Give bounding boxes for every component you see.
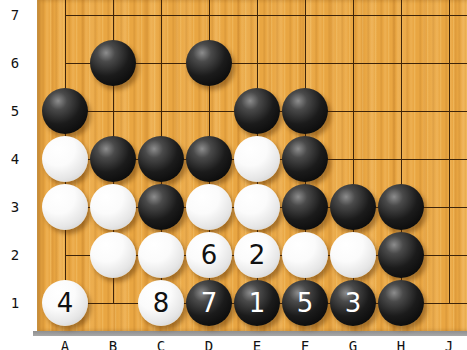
stone-black-A5[interactable] (42, 88, 88, 134)
intersection-A6[interactable] (41, 39, 89, 87)
intersection-F6[interactable] (281, 39, 329, 87)
stone-black-E5[interactable] (234, 88, 280, 134)
row-label-2: 2 (2, 246, 28, 264)
intersection-E3[interactable] (233, 183, 281, 231)
intersection-H2[interactable] (377, 231, 425, 279)
intersection-G1[interactable]: 3 (329, 279, 377, 327)
intersection-F1[interactable]: 5 (281, 279, 329, 327)
stone-black-F5[interactable] (282, 88, 328, 134)
intersection-J7[interactable] (425, 0, 467, 39)
column-label-B: B (101, 338, 125, 350)
intersection-H3[interactable] (377, 183, 425, 231)
column-label-D: D (197, 338, 221, 350)
stone-white-E2[interactable]: 2 (234, 232, 280, 278)
intersection-A1[interactable]: 4 (41, 279, 89, 327)
intersection-C7[interactable] (137, 0, 185, 39)
intersection-J3[interactable] (425, 183, 467, 231)
go-board: 62487153 (41, 0, 467, 327)
intersection-D7[interactable] (185, 0, 233, 39)
column-label-C: C (149, 338, 173, 350)
intersection-C5[interactable] (137, 87, 185, 135)
stone-white-F2[interactable] (282, 232, 328, 278)
intersection-A3[interactable] (41, 183, 89, 231)
move-number-label: 6 (201, 242, 218, 268)
intersection-G5[interactable] (329, 87, 377, 135)
intersection-B6[interactable] (89, 39, 137, 87)
stone-white-C1[interactable]: 8 (138, 280, 184, 326)
go-board-diagram: 62487153 7654321 ABCDEFGHJ (0, 0, 467, 350)
stone-white-C2[interactable] (138, 232, 184, 278)
column-label-H: H (389, 338, 413, 350)
move-number-label: 1 (249, 290, 266, 316)
row-label-5: 5 (2, 102, 28, 120)
intersection-G4[interactable] (329, 135, 377, 183)
intersection-B3[interactable] (89, 183, 137, 231)
row-label-4: 4 (2, 150, 28, 168)
move-number-label: 8 (153, 290, 170, 316)
intersection-F2[interactable] (281, 231, 329, 279)
stone-white-G2[interactable] (330, 232, 376, 278)
row-label-7: 7 (2, 6, 28, 24)
intersection-J2[interactable] (425, 231, 467, 279)
stone-black-E1[interactable]: 1 (234, 280, 280, 326)
intersection-A4[interactable] (41, 135, 89, 183)
intersection-C1[interactable]: 8 (137, 279, 185, 327)
intersection-H4[interactable] (377, 135, 425, 183)
stone-white-B2[interactable] (90, 232, 136, 278)
row-label-6: 6 (2, 54, 28, 72)
intersection-B2[interactable] (89, 231, 137, 279)
intersection-B4[interactable] (89, 135, 137, 183)
stone-black-B4[interactable] (90, 136, 136, 182)
intersection-F5[interactable] (281, 87, 329, 135)
intersection-C3[interactable] (137, 183, 185, 231)
intersection-D4[interactable] (185, 135, 233, 183)
move-number-label: 4 (57, 290, 74, 316)
stone-black-D4[interactable] (186, 136, 232, 182)
intersection-B5[interactable] (89, 87, 137, 135)
move-number-label: 2 (249, 242, 266, 268)
stone-black-F3[interactable] (282, 184, 328, 230)
stone-black-H2[interactable] (378, 232, 424, 278)
stone-black-B6[interactable] (90, 40, 136, 86)
intersection-E1[interactable]: 1 (233, 279, 281, 327)
intersection-B1[interactable] (89, 279, 137, 327)
intersection-H5[interactable] (377, 87, 425, 135)
intersection-G7[interactable] (329, 0, 377, 39)
stone-white-D3[interactable] (186, 184, 232, 230)
move-number-label: 3 (345, 290, 362, 316)
intersection-D1[interactable]: 7 (185, 279, 233, 327)
intersection-H7[interactable] (377, 0, 425, 39)
move-number-label: 5 (297, 290, 314, 316)
board-bottom-edge-shadow (33, 331, 467, 336)
intersection-A7[interactable] (41, 0, 89, 39)
intersection-F7[interactable] (281, 0, 329, 39)
intersection-D5[interactable] (185, 87, 233, 135)
stone-white-A3[interactable] (42, 184, 88, 230)
stone-white-D2[interactable]: 6 (186, 232, 232, 278)
stone-black-F4[interactable] (282, 136, 328, 182)
stone-black-C3[interactable] (138, 184, 184, 230)
intersection-H6[interactable] (377, 39, 425, 87)
stone-white-E4[interactable] (234, 136, 280, 182)
stone-black-G1[interactable]: 3 (330, 280, 376, 326)
row-label-3: 3 (2, 198, 28, 216)
column-label-A: A (53, 338, 77, 350)
intersection-E6[interactable] (233, 39, 281, 87)
intersection-F3[interactable] (281, 183, 329, 231)
stone-black-F1[interactable]: 5 (282, 280, 328, 326)
column-label-J: J (437, 338, 461, 350)
stone-white-B3[interactable] (90, 184, 136, 230)
intersection-D3[interactable] (185, 183, 233, 231)
intersection-J4[interactable] (425, 135, 467, 183)
intersection-G3[interactable] (329, 183, 377, 231)
stone-white-A4[interactable] (42, 136, 88, 182)
stone-black-D1[interactable]: 7 (186, 280, 232, 326)
stone-black-D6[interactable] (186, 40, 232, 86)
intersection-C4[interactable] (137, 135, 185, 183)
stone-black-H1[interactable] (378, 280, 424, 326)
intersection-H1[interactable] (377, 279, 425, 327)
intersection-D2[interactable]: 6 (185, 231, 233, 279)
intersection-E2[interactable]: 2 (233, 231, 281, 279)
intersection-E5[interactable] (233, 87, 281, 135)
intersection-F4[interactable] (281, 135, 329, 183)
intersection-D6[interactable] (185, 39, 233, 87)
intersection-C2[interactable] (137, 231, 185, 279)
intersection-C6[interactable] (137, 39, 185, 87)
column-label-G: G (341, 338, 365, 350)
row-label-1: 1 (2, 294, 28, 312)
stone-black-C4[interactable] (138, 136, 184, 182)
intersection-E7[interactable] (233, 0, 281, 39)
column-label-F: F (293, 338, 317, 350)
intersection-J1[interactable] (425, 279, 467, 327)
intersection-A2[interactable] (41, 231, 89, 279)
intersection-B7[interactable] (89, 0, 137, 39)
intersection-J5[interactable] (425, 87, 467, 135)
intersection-E4[interactable] (233, 135, 281, 183)
intersection-A5[interactable] (41, 87, 89, 135)
stone-black-G3[interactable] (330, 184, 376, 230)
move-number-label: 7 (201, 290, 218, 316)
intersection-G2[interactable] (329, 231, 377, 279)
column-label-E: E (245, 338, 269, 350)
intersection-J6[interactable] (425, 39, 467, 87)
stone-black-H3[interactable] (378, 184, 424, 230)
stone-white-A1[interactable]: 4 (42, 280, 88, 326)
stone-white-E3[interactable] (234, 184, 280, 230)
intersection-G6[interactable] (329, 39, 377, 87)
